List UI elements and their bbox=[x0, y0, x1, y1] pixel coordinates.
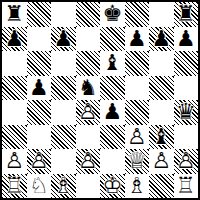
square-a8[interactable]: ♜ bbox=[2, 2, 27, 27]
square-d8[interactable] bbox=[76, 2, 101, 27]
square-e5[interactable] bbox=[100, 76, 125, 101]
square-c7[interactable]: ♟ bbox=[51, 27, 76, 52]
piece-black-pawn[interactable]: ♟ bbox=[51, 27, 76, 52]
square-b6[interactable] bbox=[27, 51, 52, 76]
square-g7[interactable]: ♟ bbox=[149, 27, 174, 52]
piece-white-bishop-fill: ♝ bbox=[125, 174, 150, 199]
square-d3[interactable] bbox=[76, 125, 101, 150]
piece-black-bishop[interactable]: ♝ bbox=[100, 51, 125, 76]
square-e1[interactable]: ♚♔ bbox=[100, 174, 125, 199]
piece-white-pawn-fill: ♟ bbox=[76, 100, 101, 125]
square-a2[interactable]: ♟♙ bbox=[2, 149, 27, 174]
square-d4[interactable]: ♟♙ bbox=[76, 100, 101, 125]
piece-white-queen[interactable]: ♕ bbox=[125, 149, 150, 174]
piece-white-pawn-fill: ♟ bbox=[2, 149, 27, 174]
square-f2[interactable]: ♛♕ bbox=[125, 149, 150, 174]
piece-black-knight[interactable]: ♞ bbox=[76, 76, 101, 101]
piece-black-bishop[interactable]: ♝ bbox=[149, 125, 174, 150]
chess-board: ♜♚♜♟♟♟♟♟♝♟♞♟♙♟♛♟♙♝♟♙♟♙♟♙♛♕♟♙♟♙♜♖♞♘♝♗♚♔♝♗… bbox=[0, 0, 200, 200]
square-a1[interactable]: ♜♖ bbox=[2, 174, 27, 199]
piece-black-pawn[interactable]: ♟ bbox=[2, 27, 27, 52]
square-d7[interactable] bbox=[76, 27, 101, 52]
piece-black-pawn[interactable]: ♟ bbox=[125, 27, 150, 52]
square-c5[interactable] bbox=[51, 76, 76, 101]
piece-white-pawn-fill: ♟ bbox=[174, 149, 199, 174]
square-a4[interactable] bbox=[2, 100, 27, 125]
square-b3[interactable] bbox=[27, 125, 52, 150]
piece-white-knight-fill: ♞ bbox=[27, 174, 52, 199]
square-g3[interactable]: ♝ bbox=[149, 125, 174, 150]
piece-white-pawn[interactable]: ♙ bbox=[2, 149, 27, 174]
square-a5[interactable] bbox=[2, 76, 27, 101]
square-e7[interactable] bbox=[100, 27, 125, 52]
square-b2[interactable]: ♟♙ bbox=[27, 149, 52, 174]
square-c6[interactable] bbox=[51, 51, 76, 76]
piece-white-pawn-fill: ♟ bbox=[125, 125, 150, 150]
piece-white-rook[interactable]: ♖ bbox=[2, 174, 27, 199]
square-b4[interactable] bbox=[27, 100, 52, 125]
square-g8[interactable] bbox=[149, 2, 174, 27]
piece-white-rook[interactable]: ♖ bbox=[174, 174, 199, 199]
piece-white-pawn[interactable]: ♙ bbox=[149, 149, 174, 174]
piece-white-pawn-fill: ♟ bbox=[76, 149, 101, 174]
piece-white-bishop[interactable]: ♗ bbox=[125, 174, 150, 199]
square-g1[interactable] bbox=[149, 174, 174, 199]
square-g2[interactable]: ♟♙ bbox=[149, 149, 174, 174]
square-a7[interactable]: ♟ bbox=[2, 27, 27, 52]
piece-white-pawn[interactable]: ♙ bbox=[76, 149, 101, 174]
piece-black-queen[interactable]: ♛ bbox=[174, 100, 199, 125]
square-d2[interactable]: ♟♙ bbox=[76, 149, 101, 174]
piece-white-bishop-fill: ♝ bbox=[51, 174, 76, 199]
piece-black-pawn[interactable]: ♟ bbox=[100, 100, 125, 125]
square-b1[interactable]: ♞♘ bbox=[27, 174, 52, 199]
square-h7[interactable]: ♟ bbox=[174, 27, 199, 52]
piece-black-pawn[interactable]: ♟ bbox=[27, 76, 52, 101]
square-h5[interactable] bbox=[174, 76, 199, 101]
square-h2[interactable]: ♟♙ bbox=[174, 149, 199, 174]
square-g6[interactable] bbox=[149, 51, 174, 76]
square-e3[interactable] bbox=[100, 125, 125, 150]
square-h3[interactable] bbox=[174, 125, 199, 150]
piece-white-knight[interactable]: ♘ bbox=[27, 174, 52, 199]
piece-black-rook[interactable]: ♜ bbox=[174, 2, 199, 27]
square-e8[interactable]: ♚ bbox=[100, 2, 125, 27]
square-c1[interactable]: ♝♗ bbox=[51, 174, 76, 199]
piece-black-king[interactable]: ♚ bbox=[100, 2, 125, 27]
square-f3[interactable]: ♟♙ bbox=[125, 125, 150, 150]
piece-black-pawn[interactable]: ♟ bbox=[149, 27, 174, 52]
square-g5[interactable] bbox=[149, 76, 174, 101]
piece-black-pawn[interactable]: ♟ bbox=[174, 27, 199, 52]
square-c8[interactable] bbox=[51, 2, 76, 27]
piece-white-rook-fill: ♜ bbox=[174, 174, 199, 199]
square-a6[interactable] bbox=[2, 51, 27, 76]
piece-white-pawn[interactable]: ♙ bbox=[125, 125, 150, 150]
square-b8[interactable] bbox=[27, 2, 52, 27]
square-e2[interactable] bbox=[100, 149, 125, 174]
square-a3[interactable] bbox=[2, 125, 27, 150]
square-f4[interactable] bbox=[125, 100, 150, 125]
square-b7[interactable] bbox=[27, 27, 52, 52]
piece-white-pawn-fill: ♟ bbox=[27, 149, 52, 174]
square-g4[interactable] bbox=[149, 100, 174, 125]
piece-white-pawn[interactable]: ♙ bbox=[76, 100, 101, 125]
square-e6[interactable]: ♝ bbox=[100, 51, 125, 76]
square-h1[interactable]: ♜♖ bbox=[174, 174, 199, 199]
piece-white-king-fill: ♚ bbox=[100, 174, 125, 199]
square-d5[interactable]: ♞ bbox=[76, 76, 101, 101]
square-d6[interactable] bbox=[76, 51, 101, 76]
square-f6[interactable] bbox=[125, 51, 150, 76]
piece-white-rook-fill: ♜ bbox=[2, 174, 27, 199]
square-e4[interactable]: ♟ bbox=[100, 100, 125, 125]
piece-white-pawn[interactable]: ♙ bbox=[27, 149, 52, 174]
piece-white-pawn[interactable]: ♙ bbox=[174, 149, 199, 174]
piece-white-king[interactable]: ♔ bbox=[100, 174, 125, 199]
piece-white-queen-fill: ♛ bbox=[125, 149, 150, 174]
square-c3[interactable] bbox=[51, 125, 76, 150]
square-f5[interactable] bbox=[125, 76, 150, 101]
piece-black-rook[interactable]: ♜ bbox=[2, 2, 27, 27]
square-d1[interactable] bbox=[76, 174, 101, 199]
square-f7[interactable]: ♟ bbox=[125, 27, 150, 52]
piece-white-pawn-fill: ♟ bbox=[149, 149, 174, 174]
piece-white-bishop[interactable]: ♗ bbox=[51, 174, 76, 199]
square-c4[interactable] bbox=[51, 100, 76, 125]
square-f1[interactable]: ♝♗ bbox=[125, 174, 150, 199]
square-b5[interactable]: ♟ bbox=[27, 76, 52, 101]
square-h8[interactable]: ♜ bbox=[174, 2, 199, 27]
square-h4[interactable]: ♛ bbox=[174, 100, 199, 125]
square-c2[interactable] bbox=[51, 149, 76, 174]
square-h6[interactable] bbox=[174, 51, 199, 76]
square-f8[interactable] bbox=[125, 2, 150, 27]
